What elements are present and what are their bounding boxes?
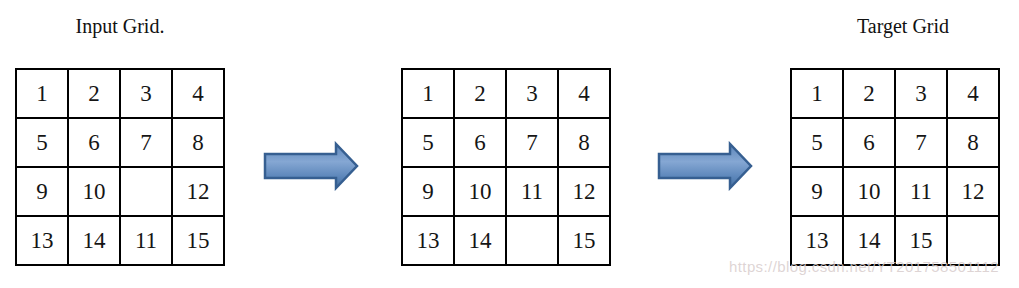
tile-13: 13	[792, 217, 842, 264]
tile-1: 1	[17, 70, 67, 117]
target-grid-title: Target Grid	[798, 13, 1008, 39]
tile-11: 11	[121, 217, 171, 264]
tile-2: 2	[69, 70, 119, 117]
tile-2: 2	[455, 70, 505, 117]
tile-15: 15	[559, 217, 609, 264]
tile-3: 3	[896, 70, 946, 117]
tile-6: 6	[844, 119, 894, 166]
tile-5: 5	[792, 119, 842, 166]
tile-12: 12	[559, 168, 609, 215]
tile-9: 9	[403, 168, 453, 215]
tile-10: 10	[69, 168, 119, 215]
tile-15: 15	[896, 217, 946, 264]
tile-5: 5	[17, 119, 67, 166]
tile-4: 4	[173, 70, 223, 117]
tile-12: 12	[173, 168, 223, 215]
tile-3: 3	[121, 70, 171, 117]
tile-7: 7	[507, 119, 557, 166]
tile-6: 6	[455, 119, 505, 166]
right-arrow-icon	[262, 141, 360, 191]
tile-7: 7	[121, 119, 171, 166]
tile-12: 12	[948, 168, 998, 215]
tile-2: 2	[844, 70, 894, 117]
right-arrow-icon	[656, 141, 754, 191]
tile-14: 14	[69, 217, 119, 264]
tile-4: 4	[559, 70, 609, 117]
empty-cell-r4c3	[507, 217, 557, 264]
tile-3: 3	[507, 70, 557, 117]
input-grid: 123456789101213141115	[15, 68, 225, 266]
empty-cell-r4c4	[948, 217, 998, 264]
tile-8: 8	[559, 119, 609, 166]
tile-14: 14	[455, 217, 505, 264]
tile-15: 15	[173, 217, 223, 264]
intermediate-grid: 123456789101112131415	[401, 68, 611, 266]
tile-9: 9	[792, 168, 842, 215]
tile-4: 4	[948, 70, 998, 117]
tile-8: 8	[173, 119, 223, 166]
tile-1: 1	[403, 70, 453, 117]
puzzle-figure: Input Grid. Target Grid 1234567891012131…	[0, 0, 1019, 288]
tile-7: 7	[896, 119, 946, 166]
tile-13: 13	[403, 217, 453, 264]
target-grid: 123456789101112131415	[790, 68, 1000, 266]
tile-8: 8	[948, 119, 998, 166]
empty-cell-r3c3	[121, 168, 171, 215]
tile-11: 11	[507, 168, 557, 215]
tile-10: 10	[844, 168, 894, 215]
tile-6: 6	[69, 119, 119, 166]
watermark-text: https://blog.csdn.net/YT201758501112	[729, 258, 999, 275]
tile-10: 10	[455, 168, 505, 215]
tile-1: 1	[792, 70, 842, 117]
tile-11: 11	[896, 168, 946, 215]
tile-14: 14	[844, 217, 894, 264]
tile-13: 13	[17, 217, 67, 264]
tile-9: 9	[17, 168, 67, 215]
input-grid-title: Input Grid.	[15, 13, 225, 39]
tile-5: 5	[403, 119, 453, 166]
